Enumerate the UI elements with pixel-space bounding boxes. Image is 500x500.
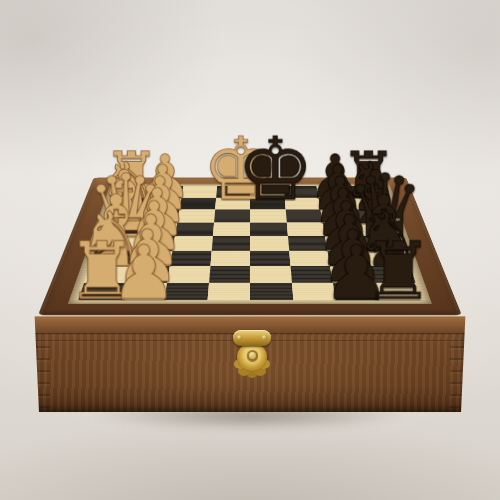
box-front-panel <box>32 316 468 412</box>
square-r5c3[interactable] <box>210 251 250 266</box>
square-r5c4[interactable] <box>250 251 290 266</box>
brass-clasp[interactable] <box>228 330 276 378</box>
clasp-hasp <box>233 330 271 346</box>
square-r7c3[interactable] <box>207 283 250 301</box>
backdrop: ♜♟♚♚♟♜♞♟♟♞♝♟♟♝♛♟♟♛♝♟♟♝♞♟♟♞♟♟♜♟♟♜ <box>0 0 500 500</box>
square-r2c3[interactable] <box>214 210 250 223</box>
chess-box-lid: ♜♟♚♚♟♜♞♟♟♞♝♟♟♝♛♟♟♛♝♟♟♝♞♟♟♞♟♟♜♟♟♜ <box>38 177 462 315</box>
square-r3c4[interactable] <box>250 222 288 236</box>
square-r3c3[interactable] <box>213 222 251 236</box>
square-r7c4[interactable] <box>250 283 293 301</box>
square-r4c4[interactable] <box>250 236 289 251</box>
square-r4c3[interactable] <box>211 236 250 251</box>
piece-black-king-r0c4[interactable]: ♚ <box>236 126 298 213</box>
chessboard[interactable]: ♜♟♚♚♟♜♞♟♟♞♝♟♟♝♛♟♟♛♝♟♟♝♞♟♟♞♟♟♜♟♟♜ <box>78 186 421 300</box>
clasp-boss <box>247 350 258 361</box>
square-r2c4[interactable] <box>250 210 286 223</box>
